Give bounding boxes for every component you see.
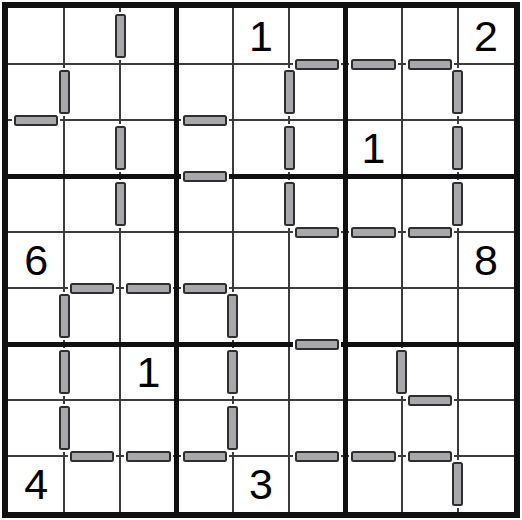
cell-r9c2[interactable] bbox=[64, 456, 120, 512]
cell-r1c8[interactable] bbox=[402, 8, 458, 64]
cell-r9c4[interactable] bbox=[177, 456, 233, 512]
consecutive-bar-v-r4c8 bbox=[452, 182, 463, 226]
cell-r7c8[interactable] bbox=[402, 344, 458, 400]
cell-r3c4[interactable] bbox=[177, 120, 233, 176]
given-digit: 1 bbox=[361, 127, 385, 170]
cell-r9c5[interactable]: 3 bbox=[233, 456, 289, 512]
consecutive-bar-h-r8c3 bbox=[126, 451, 170, 462]
consecutive-bar-v-r7c4 bbox=[227, 350, 238, 394]
consecutive-bar-h-r2c4 bbox=[183, 115, 227, 126]
cell-r3c5[interactable] bbox=[233, 120, 289, 176]
consecutive-bar-v-r6c1 bbox=[59, 294, 70, 338]
cell-r9c6[interactable] bbox=[289, 456, 345, 512]
cell-r3c3[interactable] bbox=[120, 120, 176, 176]
cell-r6c5[interactable] bbox=[233, 288, 289, 344]
consecutive-bar-v-r2c5 bbox=[284, 70, 295, 114]
given-digit: 4 bbox=[24, 463, 48, 506]
given-digit: 1 bbox=[137, 351, 161, 394]
cell-r9c9[interactable] bbox=[458, 456, 514, 512]
cell-r7c3[interactable]: 1 bbox=[120, 344, 176, 400]
cell-r6c4[interactable] bbox=[177, 288, 233, 344]
cell-r4c6[interactable] bbox=[289, 176, 345, 232]
sudoku-board: 12168143 bbox=[2, 2, 520, 518]
puzzle-page: 12168143 bbox=[0, 0, 522, 520]
cell-r9c1[interactable]: 4 bbox=[8, 456, 64, 512]
cell-r8c3[interactable] bbox=[120, 400, 176, 456]
cell-r4c7[interactable] bbox=[345, 176, 401, 232]
cell-r5c1[interactable]: 6 bbox=[8, 232, 64, 288]
cell-r6c7[interactable] bbox=[345, 288, 401, 344]
cell-r1c9[interactable]: 2 bbox=[458, 8, 514, 64]
consecutive-bar-h-r2c1 bbox=[14, 115, 58, 126]
cell-r2c8[interactable] bbox=[402, 64, 458, 120]
consecutive-bar-v-r2c8 bbox=[452, 70, 463, 114]
consecutive-bar-v-r7c7 bbox=[396, 350, 407, 394]
cell-r5c2[interactable] bbox=[64, 232, 120, 288]
consecutive-bar-h-r5c4 bbox=[183, 283, 227, 294]
cell-r2c4[interactable] bbox=[177, 64, 233, 120]
consecutive-bar-h-r4c8 bbox=[408, 227, 452, 238]
consecutive-bar-v-r3c2 bbox=[115, 126, 126, 170]
cell-r2c1[interactable] bbox=[8, 64, 64, 120]
cell-r8c9[interactable] bbox=[458, 400, 514, 456]
cell-r1c4[interactable] bbox=[177, 8, 233, 64]
consecutive-bar-h-r4c6 bbox=[295, 227, 339, 238]
consecutive-bar-v-r8c1 bbox=[59, 406, 70, 450]
consecutive-bar-h-r6c6 bbox=[295, 339, 339, 350]
cell-r2c3[interactable] bbox=[120, 64, 176, 120]
cell-r9c8[interactable] bbox=[402, 456, 458, 512]
cell-r7c1[interactable] bbox=[8, 344, 64, 400]
consecutive-bar-h-r5c3 bbox=[126, 283, 170, 294]
consecutive-bar-h-r8c4 bbox=[183, 451, 227, 462]
cell-r2c5[interactable] bbox=[233, 64, 289, 120]
consecutive-bar-h-r7c8 bbox=[408, 395, 452, 406]
consecutive-bar-v-r6c4 bbox=[227, 294, 238, 338]
cell-r6c6[interactable] bbox=[289, 288, 345, 344]
cell-r3c2[interactable] bbox=[64, 120, 120, 176]
given-digit: 1 bbox=[249, 15, 273, 58]
cell-r1c2[interactable] bbox=[64, 8, 120, 64]
cell-r1c7[interactable] bbox=[345, 8, 401, 64]
cell-r2c7[interactable] bbox=[345, 64, 401, 120]
consecutive-bar-h-r8c2 bbox=[70, 451, 114, 462]
cell-r1c3[interactable] bbox=[120, 8, 176, 64]
cell-r7c6[interactable] bbox=[289, 344, 345, 400]
cell-r5c7[interactable] bbox=[345, 232, 401, 288]
consecutive-bar-v-r4c5 bbox=[284, 182, 295, 226]
cell-r3c1[interactable] bbox=[8, 120, 64, 176]
consecutive-bar-h-r1c8 bbox=[408, 59, 452, 70]
cell-r5c9[interactable]: 8 bbox=[458, 232, 514, 288]
cell-r5c8[interactable] bbox=[402, 232, 458, 288]
consecutive-bar-v-r8c4 bbox=[227, 406, 238, 450]
consecutive-bar-h-r8c6 bbox=[295, 451, 339, 462]
consecutive-bar-v-r3c8 bbox=[452, 126, 463, 170]
cell-r6c2[interactable] bbox=[64, 288, 120, 344]
cell-r6c9[interactable] bbox=[458, 288, 514, 344]
cell-r3c9[interactable] bbox=[458, 120, 514, 176]
consecutive-bar-h-r4c7 bbox=[351, 227, 395, 238]
consecutive-bar-v-r7c1 bbox=[59, 350, 70, 394]
cell-r4c1[interactable] bbox=[8, 176, 64, 232]
given-digit: 3 bbox=[249, 463, 273, 506]
given-digit: 6 bbox=[24, 239, 48, 282]
consecutive-bar-v-r2c1 bbox=[59, 70, 70, 114]
cell-r5c4[interactable] bbox=[177, 232, 233, 288]
consecutive-bar-h-r8c7 bbox=[351, 451, 395, 462]
cell-r8c1[interactable] bbox=[8, 400, 64, 456]
cell-r6c8[interactable] bbox=[402, 288, 458, 344]
cell-r2c9[interactable] bbox=[458, 64, 514, 120]
cell-r8c6[interactable] bbox=[289, 400, 345, 456]
cell-r3c8[interactable] bbox=[402, 120, 458, 176]
cell-r1c1[interactable] bbox=[8, 8, 64, 64]
cell-r4c8[interactable] bbox=[402, 176, 458, 232]
cell-r3c7[interactable]: 1 bbox=[345, 120, 401, 176]
consecutive-bar-v-r9c8 bbox=[452, 462, 463, 506]
cell-r5c6[interactable] bbox=[289, 232, 345, 288]
cell-r6c3[interactable] bbox=[120, 288, 176, 344]
cell-r4c2[interactable] bbox=[64, 176, 120, 232]
cell-r8c4[interactable] bbox=[177, 400, 233, 456]
cell-r4c9[interactable] bbox=[458, 176, 514, 232]
cell-r1c6[interactable] bbox=[289, 8, 345, 64]
consecutive-bar-v-r1c2 bbox=[115, 14, 126, 58]
given-digit: 8 bbox=[474, 239, 498, 282]
cell-r2c6[interactable] bbox=[289, 64, 345, 120]
cell-r8c5[interactable] bbox=[233, 400, 289, 456]
cell-r9c7[interactable] bbox=[345, 456, 401, 512]
cell-r1c5[interactable]: 1 bbox=[233, 8, 289, 64]
cell-r7c7[interactable] bbox=[345, 344, 401, 400]
cell-r7c4[interactable] bbox=[177, 344, 233, 400]
cell-r8c2[interactable] bbox=[64, 400, 120, 456]
cell-r8c7[interactable] bbox=[345, 400, 401, 456]
consecutive-bar-v-r3c5 bbox=[284, 126, 295, 170]
consecutive-bar-v-r4c2 bbox=[115, 182, 126, 226]
cell-r5c3[interactable] bbox=[120, 232, 176, 288]
cell-r4c3[interactable] bbox=[120, 176, 176, 232]
cell-r5c5[interactable] bbox=[233, 232, 289, 288]
cell-r6c1[interactable] bbox=[8, 288, 64, 344]
cell-r4c4[interactable] bbox=[177, 176, 233, 232]
given-digit: 2 bbox=[474, 15, 498, 58]
consecutive-bar-h-r8c8 bbox=[408, 451, 452, 462]
consecutive-bar-h-r3c4 bbox=[183, 171, 227, 182]
consecutive-bar-h-r1c7 bbox=[351, 59, 395, 70]
cell-r7c2[interactable] bbox=[64, 344, 120, 400]
cell-r4c5[interactable] bbox=[233, 176, 289, 232]
cell-r9c3[interactable] bbox=[120, 456, 176, 512]
cell-r2c2[interactable] bbox=[64, 64, 120, 120]
cell-r3c6[interactable] bbox=[289, 120, 345, 176]
cell-r8c8[interactable] bbox=[402, 400, 458, 456]
consecutive-bar-h-r5c2 bbox=[70, 283, 114, 294]
cell-r7c9[interactable] bbox=[458, 344, 514, 400]
consecutive-bar-h-r1c6 bbox=[295, 59, 339, 70]
cell-r7c5[interactable] bbox=[233, 344, 289, 400]
